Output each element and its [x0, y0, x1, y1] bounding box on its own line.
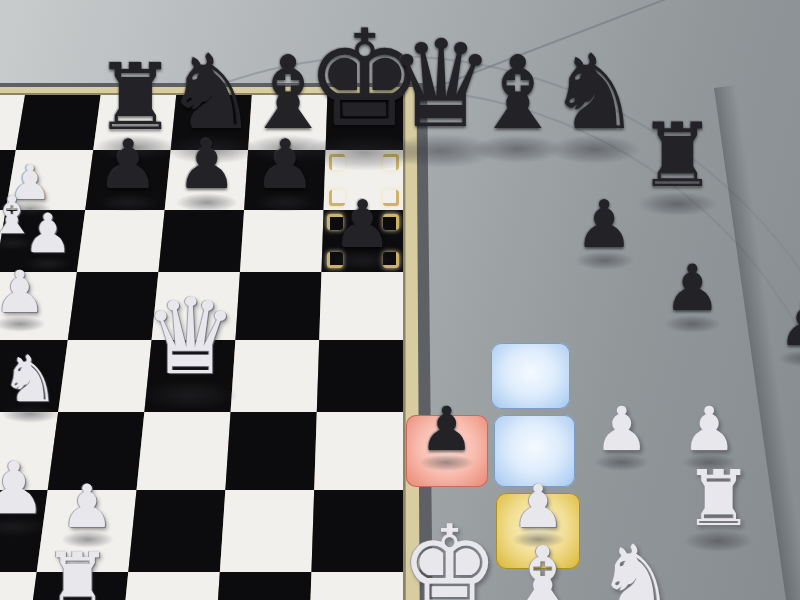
piece-black-pawn-b6[interactable]: ♟: [575, 192, 634, 258]
piece-black-pawn-f7[interactable]: ♟: [255, 131, 316, 199]
captured-white-pawn[interactable]: ♟: [24, 207, 72, 261]
piece-black-rook-a7[interactable]: ♜: [638, 112, 717, 200]
piece-white-queen-g4[interactable]: ♛: [143, 285, 237, 390]
piece-white-rook-h1[interactable]: ♜: [43, 543, 111, 600]
piece-black-pawn-h7[interactable]: ♟: [98, 131, 159, 199]
piece-white-bishop-c1[interactable]: ♝: [505, 536, 580, 600]
captured-white-pawn[interactable]: ♟: [0, 263, 46, 321]
piece-black-pawn-g7[interactable]: ♟: [176, 131, 237, 199]
move-square-c4[interactable]: [491, 343, 570, 409]
piece-white-rook-a2[interactable]: ♜: [684, 461, 753, 538]
captured-white-knight[interactable]: ♞: [1, 347, 58, 411]
chess-3d-scene: ♜♞♝♚♛♝♞♜♟♟♟♟♟♟♛♟♟♟♟♟♜♜♚♝♞ ♟♝♟♟♞♟ ♟: [0, 0, 800, 600]
piece-white-pawn-b3[interactable]: ♟: [595, 399, 649, 460]
captured-white-pawn[interactable]: ♟: [0, 452, 46, 524]
piece-black-pawn-d3[interactable]: ♟: [420, 399, 474, 460]
piece-white-king-d1[interactable]: ♚: [400, 511, 499, 600]
piece-white-pawn-h2[interactable]: ♟: [61, 477, 114, 537]
piece-black-pawn-a5[interactable]: ♟: [664, 257, 721, 321]
piece-black-pawn-e6[interactable]: ♟: [333, 192, 392, 258]
piece-white-pawn-a3[interactable]: ♟: [682, 399, 736, 460]
piece-white-knight-b1[interactable]: ♞: [597, 534, 674, 600]
piece-black-knight-b8[interactable]: ♞: [548, 41, 641, 145]
captured-black-pawn[interactable]: ♟: [778, 293, 800, 355]
